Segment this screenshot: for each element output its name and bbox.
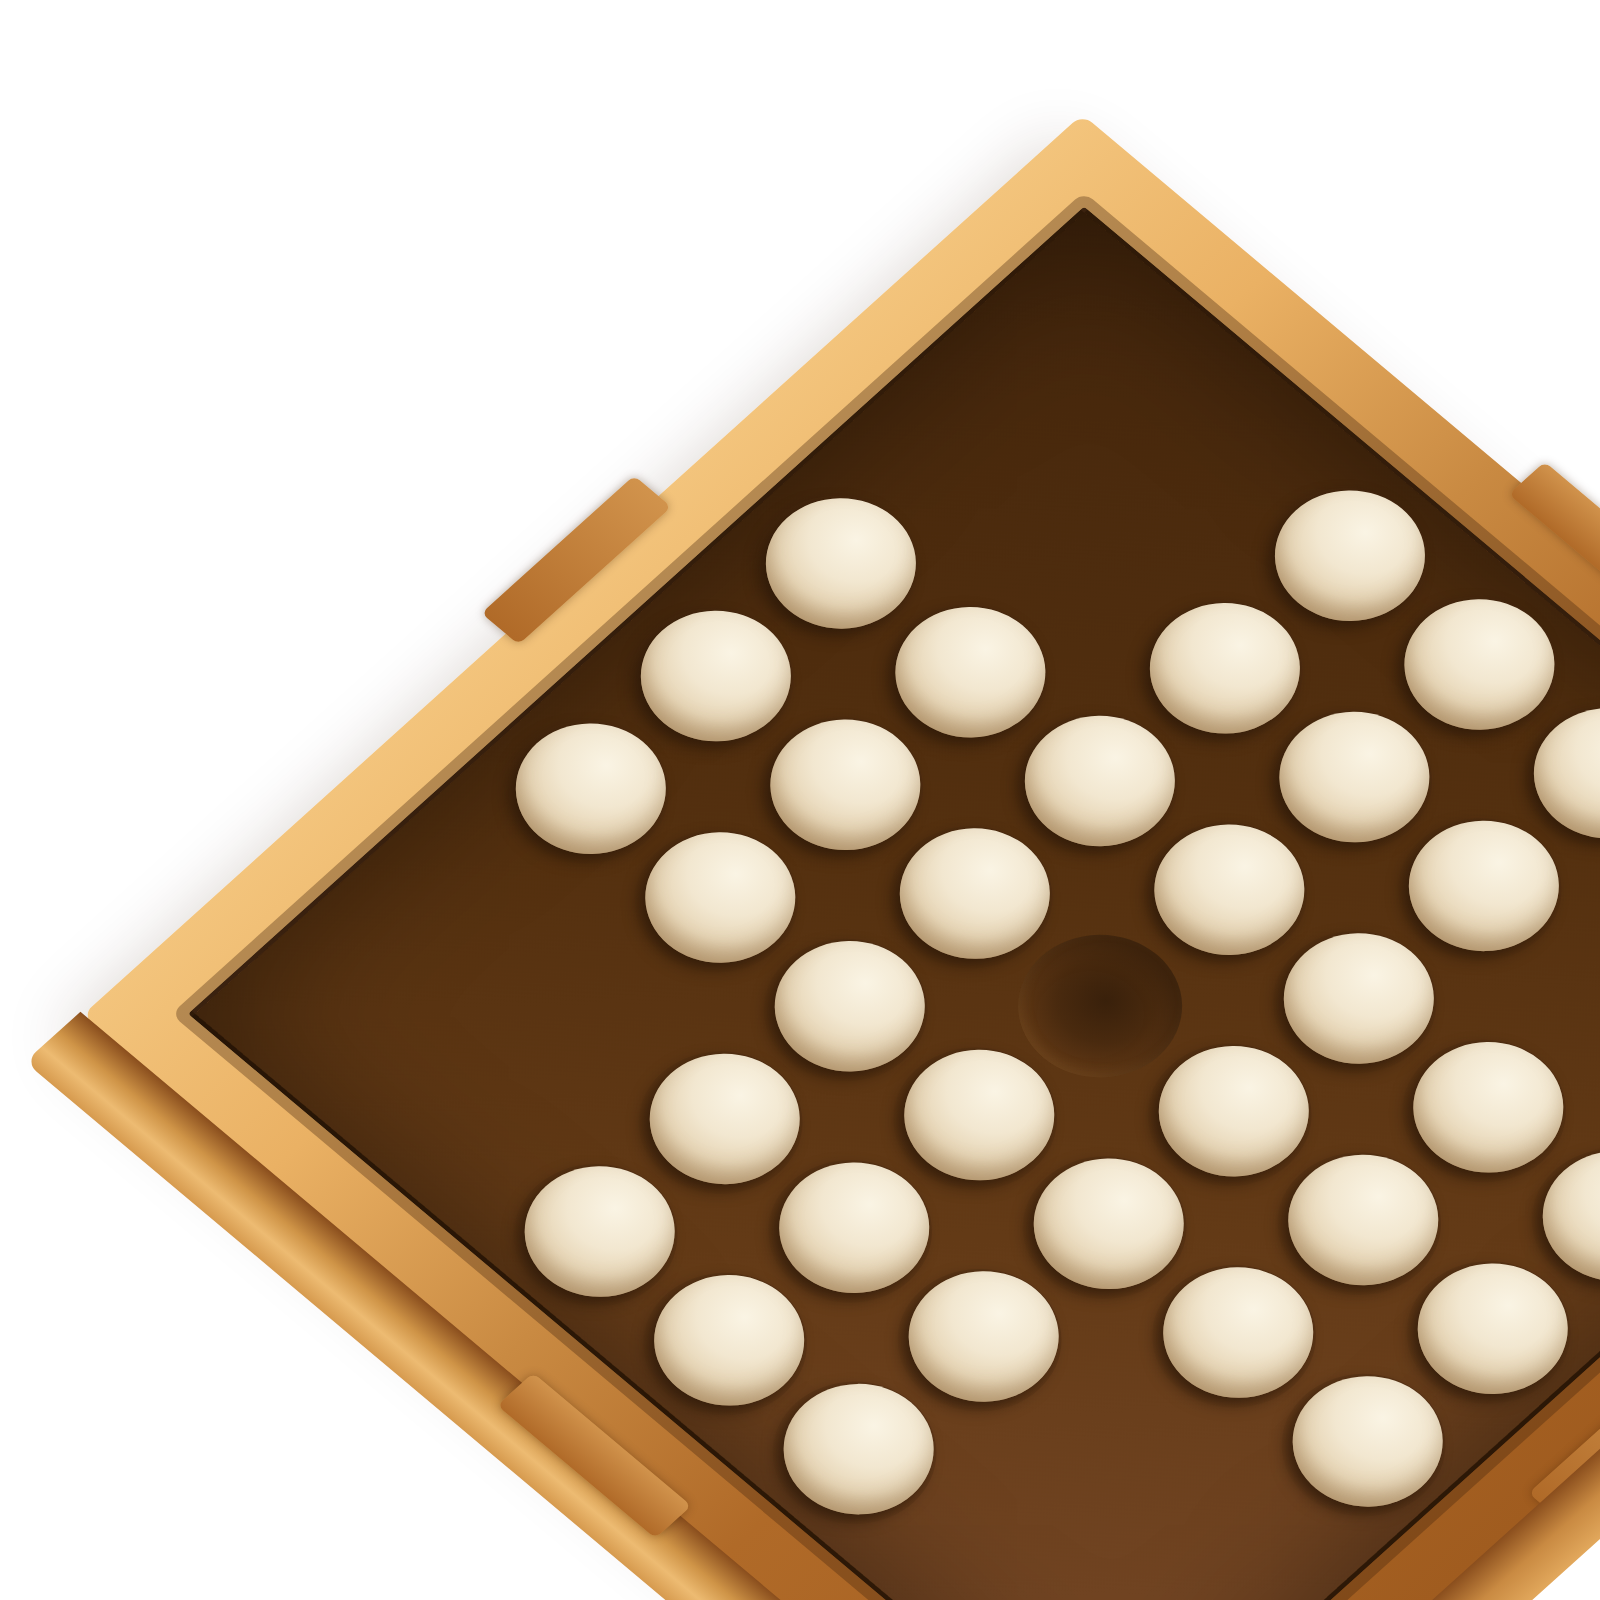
solitaire-board: [188, 207, 1600, 1600]
product-photo: [0, 0, 1600, 1600]
wooden-tray: [82, 114, 1600, 1600]
